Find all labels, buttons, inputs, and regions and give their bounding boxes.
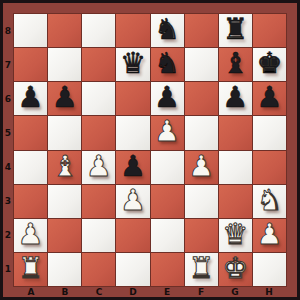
square-g4[interactable] xyxy=(219,151,252,184)
file-labels: ABCDEFGH xyxy=(14,287,286,297)
square-a1[interactable]: ♜ xyxy=(14,253,47,286)
square-g1[interactable]: ♚ xyxy=(219,253,252,286)
piece-black-pawn: ♟ xyxy=(120,152,146,181)
square-e8[interactable]: ♞ xyxy=(151,14,184,47)
piece-white-king: ♚ xyxy=(222,254,248,283)
square-h4[interactable] xyxy=(253,151,286,184)
square-b3[interactable] xyxy=(48,185,81,218)
square-c3[interactable] xyxy=(82,185,115,218)
square-b4[interactable]: ♝ xyxy=(48,151,81,184)
square-c6[interactable] xyxy=(82,82,115,115)
piece-black-rook: ♜ xyxy=(222,15,248,44)
file-label-b: B xyxy=(48,287,82,297)
chess-board: ♞♜♛♞♝♚♟♟♟♟♟♟♝♟♟♟♟♞♟♛♟♜♜♚ xyxy=(13,13,287,287)
square-c5[interactable] xyxy=(82,116,115,149)
square-f7[interactable] xyxy=(185,48,218,81)
piece-white-knight: ♞ xyxy=(256,186,282,215)
square-f5[interactable] xyxy=(185,116,218,149)
square-g8[interactable]: ♜ xyxy=(219,14,252,47)
rank-labels: 87654321 xyxy=(3,14,13,286)
piece-black-queen: ♛ xyxy=(120,49,146,78)
piece-black-king: ♚ xyxy=(256,49,282,78)
rank-label-2: 2 xyxy=(3,218,13,252)
square-d5[interactable] xyxy=(116,116,149,149)
square-e5[interactable]: ♟ xyxy=(151,116,184,149)
piece-white-rook: ♜ xyxy=(188,254,214,283)
piece-black-pawn: ♟ xyxy=(52,83,78,112)
square-d4[interactable]: ♟ xyxy=(116,151,149,184)
square-b6[interactable]: ♟ xyxy=(48,82,81,115)
square-a3[interactable] xyxy=(14,185,47,218)
file-label-c: C xyxy=(82,287,116,297)
square-h1[interactable] xyxy=(253,253,286,286)
rank-label-3: 3 xyxy=(3,184,13,218)
rank-label-7: 7 xyxy=(3,48,13,82)
square-e3[interactable] xyxy=(151,185,184,218)
square-b2[interactable] xyxy=(48,219,81,252)
square-c4[interactable]: ♟ xyxy=(82,151,115,184)
square-a7[interactable] xyxy=(14,48,47,81)
square-c1[interactable] xyxy=(82,253,115,286)
square-a4[interactable] xyxy=(14,151,47,184)
square-a5[interactable] xyxy=(14,116,47,149)
square-h3[interactable]: ♞ xyxy=(253,185,286,218)
piece-black-knight: ♞ xyxy=(154,49,180,78)
piece-white-pawn: ♟ xyxy=(86,152,112,181)
square-e4[interactable] xyxy=(151,151,184,184)
piece-white-pawn: ♟ xyxy=(188,152,214,181)
square-a6[interactable]: ♟ xyxy=(14,82,47,115)
piece-black-pawn: ♟ xyxy=(222,83,248,112)
square-f3[interactable] xyxy=(185,185,218,218)
piece-white-bishop: ♝ xyxy=(52,152,78,181)
square-g2[interactable]: ♛ xyxy=(219,219,252,252)
chess-board-frame: 87654321 ♞♜♛♞♝♚♟♟♟♟♟♟♝♟♟♟♟♞♟♛♟♜♜♚ ABCDEF… xyxy=(0,0,300,300)
square-f2[interactable] xyxy=(185,219,218,252)
rank-label-1: 1 xyxy=(3,252,13,286)
piece-black-pawn: ♟ xyxy=(256,83,282,112)
piece-white-rook: ♜ xyxy=(18,254,44,283)
square-b1[interactable] xyxy=(48,253,81,286)
square-c7[interactable] xyxy=(82,48,115,81)
rank-label-5: 5 xyxy=(3,116,13,150)
piece-black-pawn: ♟ xyxy=(18,83,44,112)
file-label-d: D xyxy=(116,287,150,297)
square-e2[interactable] xyxy=(151,219,184,252)
square-h7[interactable]: ♚ xyxy=(253,48,286,81)
square-b5[interactable] xyxy=(48,116,81,149)
rank-label-4: 4 xyxy=(3,150,13,184)
square-g3[interactable] xyxy=(219,185,252,218)
square-d8[interactable] xyxy=(116,14,149,47)
square-d6[interactable] xyxy=(116,82,149,115)
square-e1[interactable] xyxy=(151,253,184,286)
square-d3[interactable]: ♟ xyxy=(116,185,149,218)
piece-black-bishop: ♝ xyxy=(222,49,248,78)
file-label-g: G xyxy=(218,287,252,297)
rank-label-8: 8 xyxy=(3,14,13,48)
square-f4[interactable]: ♟ xyxy=(185,151,218,184)
square-g7[interactable]: ♝ xyxy=(219,48,252,81)
square-h8[interactable] xyxy=(253,14,286,47)
square-a8[interactable] xyxy=(14,14,47,47)
square-d1[interactable] xyxy=(116,253,149,286)
file-label-h: H xyxy=(252,287,286,297)
square-c2[interactable] xyxy=(82,219,115,252)
file-label-e: E xyxy=(150,287,184,297)
square-e7[interactable]: ♞ xyxy=(151,48,184,81)
square-h2[interactable]: ♟ xyxy=(253,219,286,252)
square-h6[interactable]: ♟ xyxy=(253,82,286,115)
square-b8[interactable] xyxy=(48,14,81,47)
square-g5[interactable] xyxy=(219,116,252,149)
square-d2[interactable] xyxy=(116,219,149,252)
piece-black-pawn: ♟ xyxy=(154,83,180,112)
piece-black-knight: ♞ xyxy=(154,15,180,44)
square-f1[interactable]: ♜ xyxy=(185,253,218,286)
rank-label-6: 6 xyxy=(3,82,13,116)
file-label-f: F xyxy=(184,287,218,297)
square-b7[interactable] xyxy=(48,48,81,81)
piece-white-pawn: ♟ xyxy=(18,220,44,249)
piece-white-pawn: ♟ xyxy=(256,220,282,249)
piece-white-pawn: ♟ xyxy=(120,186,146,215)
square-d7[interactable]: ♛ xyxy=(116,48,149,81)
square-a2[interactable]: ♟ xyxy=(14,219,47,252)
square-e6[interactable]: ♟ xyxy=(151,82,184,115)
file-label-a: A xyxy=(14,287,48,297)
square-h5[interactable] xyxy=(253,116,286,149)
square-g6[interactable]: ♟ xyxy=(219,82,252,115)
piece-white-queen: ♛ xyxy=(222,220,248,249)
piece-white-pawn: ♟ xyxy=(154,117,180,146)
square-f8[interactable] xyxy=(185,14,218,47)
square-f6[interactable] xyxy=(185,82,218,115)
square-c8[interactable] xyxy=(82,14,115,47)
